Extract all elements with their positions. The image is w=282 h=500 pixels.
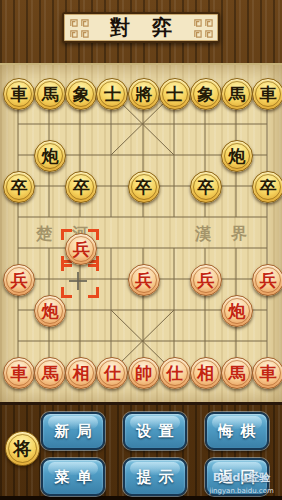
title-plaque: 對弈 (62, 12, 220, 43)
river-label-right: 漢界 (195, 224, 267, 245)
menu-button[interactable]: 菜单 (41, 458, 105, 496)
piece-black-soldier[interactable]: 卒 (65, 171, 97, 203)
xiangqi-app-screen: 對弈 (0, 0, 282, 500)
piece-red-chariot[interactable]: 車 (3, 357, 35, 389)
piece-black-soldier[interactable]: 卒 (3, 171, 35, 203)
cursor-crosshair-icon (69, 272, 87, 290)
spiral-motif-right-icon (193, 18, 213, 38)
hint-button[interactable]: 提示 (123, 458, 187, 496)
piece-red-soldier[interactable]: 兵 (3, 264, 35, 296)
piece-red-elephant[interactable]: 相 (65, 357, 97, 389)
undo-button[interactable]: 悔棋 (205, 412, 269, 450)
piece-red-horse[interactable]: 馬 (221, 357, 253, 389)
piece-black-soldier[interactable]: 卒 (252, 171, 282, 203)
piece-black-cannon[interactable]: 炮 (221, 140, 253, 172)
page-title: 對弈 (89, 14, 193, 41)
piece-red-soldier[interactable]: 兵 (252, 264, 282, 296)
piece-red-soldier[interactable]: 兵 (128, 264, 160, 296)
xiangqi-board[interactable]: 楚河 漢界 車馬象士將士象馬車炮炮卒卒卒卒卒兵兵兵兵兵炮炮車馬相仕帥仕相馬車 (0, 65, 282, 402)
settings-button[interactable]: 设置 (123, 412, 187, 450)
piece-black-horse[interactable]: 馬 (34, 78, 66, 110)
piece-black-elephant[interactable]: 象 (65, 78, 97, 110)
piece-black-cannon[interactable]: 炮 (34, 140, 66, 172)
piece-red-general[interactable]: 帥 (128, 357, 160, 389)
piece-red-cannon[interactable]: 炮 (221, 295, 253, 327)
piece-red-horse[interactable]: 馬 (34, 357, 66, 389)
piece-black-elephant[interactable]: 象 (190, 78, 222, 110)
piece-red-soldier[interactable]: 兵 (190, 264, 222, 296)
piece-red-soldier[interactable]: 兵 (65, 233, 97, 265)
piece-red-chariot[interactable]: 車 (252, 357, 282, 389)
control-button-panel: 新局 设置 悔棋 菜单 提示 返回 (41, 412, 269, 496)
piece-black-chariot[interactable]: 車 (252, 78, 282, 110)
piece-black-chariot[interactable]: 車 (3, 78, 35, 110)
piece-red-cannon[interactable]: 炮 (34, 295, 66, 327)
piece-black-soldier[interactable]: 卒 (128, 171, 160, 203)
spiral-motif-left-icon (69, 18, 89, 38)
piece-black-general[interactable]: 將 (128, 78, 160, 110)
new-game-button[interactable]: 新局 (41, 412, 105, 450)
piece-red-advisor[interactable]: 仕 (159, 357, 191, 389)
piece-black-advisor[interactable]: 士 (159, 78, 191, 110)
piece-black-horse[interactable]: 馬 (221, 78, 253, 110)
turn-indicator-badge: 将 (5, 431, 40, 466)
back-button[interactable]: 返回 (205, 458, 269, 496)
piece-red-elephant[interactable]: 相 (190, 357, 222, 389)
piece-black-soldier[interactable]: 卒 (190, 171, 222, 203)
